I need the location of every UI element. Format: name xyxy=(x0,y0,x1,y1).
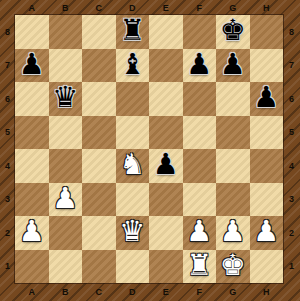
square-h6[interactable]: ♟ xyxy=(250,82,284,116)
rank-label-2-left: 2 xyxy=(0,216,15,250)
square-d2[interactable]: ♛ xyxy=(116,216,150,250)
square-b3[interactable]: ♟ xyxy=(49,183,83,217)
square-c8[interactable] xyxy=(82,15,116,49)
rank-label-8-right: 8 xyxy=(283,15,300,49)
piece-white-pawn: ♟ xyxy=(253,217,279,246)
square-c7[interactable] xyxy=(82,49,116,83)
rank-label-4-left: 4 xyxy=(0,149,15,183)
square-f6[interactable] xyxy=(183,82,217,116)
square-d1[interactable] xyxy=(116,250,150,284)
square-b7[interactable] xyxy=(49,49,83,83)
square-d3[interactable] xyxy=(116,183,150,217)
file-label-c-top: C xyxy=(82,0,116,15)
square-e5[interactable] xyxy=(149,116,183,150)
square-c5[interactable] xyxy=(82,116,116,150)
square-f3[interactable] xyxy=(183,183,217,217)
square-g5[interactable] xyxy=(216,116,250,150)
square-c3[interactable] xyxy=(82,183,116,217)
rank-label-3-left: 3 xyxy=(0,183,15,217)
square-b5[interactable] xyxy=(49,116,83,150)
square-h4[interactable] xyxy=(250,149,284,183)
square-f1[interactable]: ♜ xyxy=(183,250,217,284)
square-e7[interactable] xyxy=(149,49,183,83)
piece-black-pawn: ♟ xyxy=(186,50,212,79)
square-b2[interactable] xyxy=(49,216,83,250)
rank-label-3-right: 3 xyxy=(283,183,300,217)
rank-label-1-right: 1 xyxy=(283,250,300,284)
square-d5[interactable] xyxy=(116,116,150,150)
square-a2[interactable]: ♟ xyxy=(15,216,49,250)
square-g8[interactable]: ♚ xyxy=(216,15,250,49)
chess-diagram: ABCDEFGH ABCDEFGH 87654321 87654321 ♜♚♟♝… xyxy=(0,0,300,301)
file-label-a-top: A xyxy=(15,0,49,15)
square-e3[interactable] xyxy=(149,183,183,217)
square-c1[interactable] xyxy=(82,250,116,284)
file-label-e-bottom: E xyxy=(149,283,183,301)
rank-label-2-right: 2 xyxy=(283,216,300,250)
square-e4[interactable]: ♟ xyxy=(149,149,183,183)
piece-black-king: ♚ xyxy=(220,16,246,45)
piece-black-bishop: ♝ xyxy=(119,50,145,79)
square-h2[interactable]: ♟ xyxy=(250,216,284,250)
rank-label-5-right: 5 xyxy=(283,116,300,150)
piece-white-knight: ♞ xyxy=(119,150,145,179)
rank-labels-left: 87654321 xyxy=(0,15,15,283)
file-label-h-top: H xyxy=(250,0,284,15)
square-g7[interactable]: ♟ xyxy=(216,49,250,83)
piece-white-pawn: ♟ xyxy=(220,217,246,246)
rank-label-4-right: 4 xyxy=(283,149,300,183)
file-label-a-bottom: A xyxy=(15,283,49,301)
file-label-b-top: B xyxy=(49,0,83,15)
square-a5[interactable] xyxy=(15,116,49,150)
piece-white-queen: ♛ xyxy=(119,217,145,246)
square-g1[interactable]: ♚ xyxy=(216,250,250,284)
square-e8[interactable] xyxy=(149,15,183,49)
square-f5[interactable] xyxy=(183,116,217,150)
square-h3[interactable] xyxy=(250,183,284,217)
file-label-f-bottom: F xyxy=(183,283,217,301)
square-h7[interactable] xyxy=(250,49,284,83)
square-f4[interactable] xyxy=(183,149,217,183)
square-c4[interactable] xyxy=(82,149,116,183)
square-a4[interactable] xyxy=(15,149,49,183)
square-a6[interactable] xyxy=(15,82,49,116)
piece-white-rook: ♜ xyxy=(186,251,212,280)
square-d8[interactable]: ♜ xyxy=(116,15,150,49)
square-e2[interactable] xyxy=(149,216,183,250)
square-b4[interactable] xyxy=(49,149,83,183)
piece-white-pawn: ♟ xyxy=(19,217,45,246)
square-g4[interactable] xyxy=(216,149,250,183)
piece-white-king: ♚ xyxy=(220,251,246,280)
rank-labels-right: 87654321 xyxy=(283,15,300,283)
file-label-f-top: F xyxy=(183,0,217,15)
square-f7[interactable]: ♟ xyxy=(183,49,217,83)
file-label-g-bottom: G xyxy=(216,283,250,301)
piece-black-pawn: ♟ xyxy=(220,50,246,79)
rank-label-1-left: 1 xyxy=(0,250,15,284)
square-d4[interactable]: ♞ xyxy=(116,149,150,183)
square-a8[interactable] xyxy=(15,15,49,49)
piece-white-pawn: ♟ xyxy=(186,217,212,246)
square-d7[interactable]: ♝ xyxy=(116,49,150,83)
rank-label-8-left: 8 xyxy=(0,15,15,49)
square-g3[interactable] xyxy=(216,183,250,217)
rank-label-5-left: 5 xyxy=(0,116,15,150)
square-g6[interactable] xyxy=(216,82,250,116)
square-e1[interactable] xyxy=(149,250,183,284)
square-h8[interactable] xyxy=(250,15,284,49)
file-label-d-bottom: D xyxy=(116,283,150,301)
chess-board: ♜♚♟♝♟♟♛♟♞♟♟♟♛♟♟♟♜♚ xyxy=(15,15,283,283)
file-label-e-top: E xyxy=(149,0,183,15)
file-label-b-bottom: B xyxy=(49,283,83,301)
square-f2[interactable]: ♟ xyxy=(183,216,217,250)
piece-black-rook: ♜ xyxy=(119,16,145,45)
square-c6[interactable] xyxy=(82,82,116,116)
piece-black-pawn: ♟ xyxy=(153,150,179,179)
piece-black-pawn: ♟ xyxy=(19,50,45,79)
square-a1[interactable] xyxy=(15,250,49,284)
square-b8[interactable] xyxy=(49,15,83,49)
rank-label-6-right: 6 xyxy=(283,82,300,116)
rank-label-7-right: 7 xyxy=(283,49,300,83)
piece-black-queen: ♛ xyxy=(52,83,78,112)
square-f8[interactable] xyxy=(183,15,217,49)
square-b1[interactable] xyxy=(49,250,83,284)
square-c2[interactable] xyxy=(82,216,116,250)
square-a3[interactable] xyxy=(15,183,49,217)
square-h5[interactable] xyxy=(250,116,284,150)
square-b6[interactable]: ♛ xyxy=(49,82,83,116)
square-d6[interactable] xyxy=(116,82,150,116)
square-a7[interactable]: ♟ xyxy=(15,49,49,83)
rank-label-7-left: 7 xyxy=(0,49,15,83)
square-e6[interactable] xyxy=(149,82,183,116)
square-g2[interactable]: ♟ xyxy=(216,216,250,250)
file-label-h-bottom: H xyxy=(250,283,284,301)
file-labels-bottom: ABCDEFGH xyxy=(15,283,283,301)
square-h1[interactable] xyxy=(250,250,284,284)
file-label-c-bottom: C xyxy=(82,283,116,301)
piece-black-pawn: ♟ xyxy=(253,83,279,112)
piece-white-pawn: ♟ xyxy=(52,184,78,213)
rank-label-6-left: 6 xyxy=(0,82,15,116)
